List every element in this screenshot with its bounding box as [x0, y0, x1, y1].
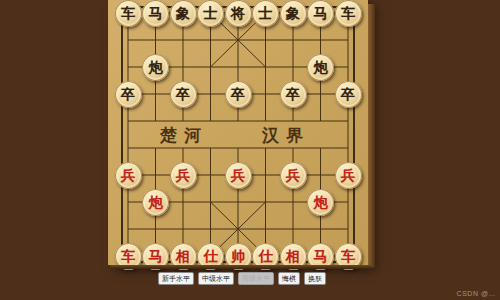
app-background: { "game": "xiangqi", "position": "rnbaka… — [0, 0, 500, 300]
river-label-chu: 楚河 — [160, 124, 208, 147]
piece-red-兵[interactable]: 兵 — [170, 162, 197, 189]
button-advanced-level: 高级水平 — [238, 272, 274, 285]
piece-black-马[interactable]: 马 — [142, 0, 169, 27]
piece-red-兵[interactable]: 兵 — [115, 162, 142, 189]
piece-black-卒[interactable]: 卒 — [170, 81, 197, 108]
piece-black-马[interactable]: 马 — [307, 0, 334, 27]
button-intermediate-level[interactable]: 中级水平 — [198, 272, 234, 285]
button-change-skin[interactable]: 换肤 — [304, 272, 326, 285]
piece-red-炮[interactable]: 炮 — [142, 189, 169, 216]
piece-black-车[interactable]: 车 — [335, 0, 362, 27]
piece-red-兵[interactable]: 兵 — [280, 162, 307, 189]
piece-black-卒[interactable]: 卒 — [280, 81, 307, 108]
xiangqi-board[interactable]: 楚河 汉界 车马象士将士象马车炮炮卒卒卒卒卒兵兵兵兵兵炮炮车马相仕帅仕相马车 — [108, 0, 376, 270]
piece-black-将[interactable]: 将 — [225, 0, 252, 27]
piece-red-炮[interactable]: 炮 — [307, 189, 334, 216]
piece-black-炮[interactable]: 炮 — [307, 54, 334, 81]
piece-black-卒[interactable]: 卒 — [225, 81, 252, 108]
river-label-han: 汉界 — [262, 124, 310, 147]
piece-black-炮[interactable]: 炮 — [142, 54, 169, 81]
piece-black-士[interactable]: 士 — [252, 0, 279, 27]
button-novice-level[interactable]: 新手水平 — [158, 272, 194, 285]
piece-black-车[interactable]: 车 — [115, 0, 142, 27]
watermark: CSDN @… — [457, 290, 496, 297]
board-edge-right — [368, 4, 375, 267]
board-grid — [108, 0, 368, 265]
piece-black-象[interactable]: 象 — [170, 0, 197, 27]
piece-black-象[interactable]: 象 — [280, 0, 307, 27]
board-surface[interactable]: 楚河 汉界 车马象士将士象马车炮炮卒卒卒卒卒兵兵兵兵兵炮炮车马相仕帅仕相马车 — [108, 0, 368, 265]
piece-black-卒[interactable]: 卒 — [335, 81, 362, 108]
piece-red-兵[interactable]: 兵 — [225, 162, 252, 189]
piece-black-士[interactable]: 士 — [197, 0, 224, 27]
piece-red-兵[interactable]: 兵 — [335, 162, 362, 189]
piece-black-卒[interactable]: 卒 — [115, 81, 142, 108]
board-edge-bottom — [110, 265, 374, 269]
button-undo-move[interactable]: 悔棋 — [278, 272, 300, 285]
controls-bar: 新手水平中级水平高级水平悔棋换肤 — [108, 270, 376, 286]
